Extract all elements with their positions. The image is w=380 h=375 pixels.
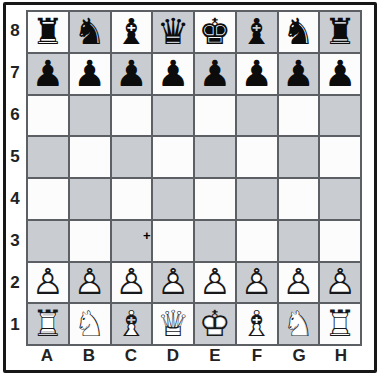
- file-label-g: G: [278, 346, 320, 365]
- square-d3[interactable]: [153, 221, 193, 261]
- white-knight-piece: ♘: [70, 304, 110, 344]
- square-e6[interactable]: [195, 96, 235, 136]
- square-c2[interactable]: ♟♙: [112, 263, 152, 303]
- square-f1[interactable]: ♝♗: [237, 304, 277, 344]
- square-h1[interactable]: ♜♖: [320, 304, 360, 344]
- black-bishop-piece: ♝: [112, 12, 152, 52]
- white-pawn-piece: ♙: [153, 263, 193, 303]
- square-f6[interactable]: [237, 96, 277, 136]
- square-d1[interactable]: ♛♕: [153, 304, 193, 344]
- white-knight-piece-fill: ♞: [70, 304, 110, 344]
- square-h8[interactable]: ♜: [320, 12, 360, 52]
- square-a5[interactable]: [28, 137, 68, 177]
- square-c8[interactable]: ♝: [112, 12, 152, 52]
- square-f3[interactable]: [237, 221, 277, 261]
- white-rook-piece-fill: ♜: [28, 304, 68, 344]
- black-rook-piece: ♜: [320, 12, 360, 52]
- rank-label-1: 1: [6, 304, 24, 346]
- black-pawn-piece: ♟: [237, 54, 277, 94]
- black-pawn-piece: ♟: [279, 54, 319, 94]
- black-pawn-piece: ♟: [28, 54, 68, 94]
- square-c7[interactable]: ♟: [112, 54, 152, 94]
- square-h4[interactable]: [320, 179, 360, 219]
- white-pawn-piece-fill: ♟: [279, 263, 319, 303]
- black-pawn-piece: ♟: [320, 54, 360, 94]
- white-knight-piece-fill: ♞: [279, 304, 319, 344]
- white-pawn-piece-fill: ♟: [112, 263, 152, 303]
- square-a8[interactable]: ♜: [28, 12, 68, 52]
- white-rook-piece-fill: ♜: [320, 304, 360, 344]
- square-h6[interactable]: [320, 96, 360, 136]
- square-e1[interactable]: ♚♔: [195, 304, 235, 344]
- square-g5[interactable]: [279, 137, 319, 177]
- square-c4[interactable]: [112, 179, 152, 219]
- black-knight-piece: ♞: [70, 12, 110, 52]
- black-queen-piece: ♛: [153, 12, 193, 52]
- white-pawn-piece: ♙: [279, 263, 319, 303]
- square-h2[interactable]: ♟♙: [320, 263, 360, 303]
- square-c5[interactable]: [112, 137, 152, 177]
- chess-board: ♜♞♝♛♚♝♞♜♟♟♟♟♟♟♟♟♟♙♟♙♟♙♟♙♟♙♟♙♟♙♟♙♜♖♞♘♝♗♛♕…: [26, 10, 362, 346]
- white-queen-piece-fill: ♛: [153, 304, 193, 344]
- square-b5[interactable]: [70, 137, 110, 177]
- square-b4[interactable]: [70, 179, 110, 219]
- square-h5[interactable]: [320, 137, 360, 177]
- file-labels: ABCDEFGH: [26, 346, 362, 365]
- white-pawn-piece: ♙: [237, 263, 277, 303]
- white-pawn-piece: ♙: [112, 263, 152, 303]
- square-g3[interactable]: [279, 221, 319, 261]
- white-pawn-piece-fill: ♟: [320, 263, 360, 303]
- rank-label-4: 4: [6, 178, 24, 220]
- square-e7[interactable]: ♟: [195, 54, 235, 94]
- square-c3[interactable]: [112, 221, 152, 261]
- chess-diagram: 87654321 ♜♞♝♛♚♝♞♜♟♟♟♟♟♟♟♟♟♙♟♙♟♙♟♙♟♙♟♙♟♙♟…: [0, 0, 380, 375]
- square-a7[interactable]: ♟: [28, 54, 68, 94]
- square-d4[interactable]: [153, 179, 193, 219]
- square-a2[interactable]: ♟♙: [28, 263, 68, 303]
- white-pawn-piece: ♙: [320, 263, 360, 303]
- square-e4[interactable]: [195, 179, 235, 219]
- square-d6[interactable]: [153, 96, 193, 136]
- black-pawn-piece: ♟: [70, 54, 110, 94]
- rank-label-7: 7: [6, 52, 24, 94]
- square-a3[interactable]: [28, 221, 68, 261]
- square-h7[interactable]: ♟: [320, 54, 360, 94]
- square-d2[interactable]: ♟♙: [153, 263, 193, 303]
- rank-label-3: 3: [6, 220, 24, 262]
- square-b2[interactable]: ♟♙: [70, 263, 110, 303]
- square-e5[interactable]: [195, 137, 235, 177]
- file-label-e: E: [194, 346, 236, 365]
- square-b1[interactable]: ♞♘: [70, 304, 110, 344]
- square-f5[interactable]: [237, 137, 277, 177]
- square-a1[interactable]: ♜♖: [28, 304, 68, 344]
- square-d5[interactable]: [153, 137, 193, 177]
- square-a4[interactable]: [28, 179, 68, 219]
- white-pawn-piece-fill: ♟: [237, 263, 277, 303]
- file-label-c: C: [110, 346, 152, 365]
- rank-label-6: 6: [6, 94, 24, 136]
- white-rook-piece: ♖: [320, 304, 360, 344]
- black-pawn-piece: ♟: [153, 54, 193, 94]
- square-a6[interactable]: [28, 96, 68, 136]
- square-b8[interactable]: ♞: [70, 12, 110, 52]
- black-knight-piece: ♞: [279, 12, 319, 52]
- rank-label-8: 8: [6, 10, 24, 52]
- white-pawn-piece: ♙: [70, 263, 110, 303]
- file-label-f: F: [236, 346, 278, 365]
- white-pawn-piece-fill: ♟: [153, 263, 193, 303]
- rank-label-5: 5: [6, 136, 24, 178]
- square-b7[interactable]: ♟: [70, 54, 110, 94]
- square-e8[interactable]: ♚: [195, 12, 235, 52]
- square-e3[interactable]: [195, 221, 235, 261]
- white-king-piece: ♔: [195, 304, 235, 344]
- rank-label-2: 2: [6, 262, 24, 304]
- square-d7[interactable]: ♟: [153, 54, 193, 94]
- square-g4[interactable]: [279, 179, 319, 219]
- file-label-a: A: [26, 346, 68, 365]
- white-pawn-piece-fill: ♟: [195, 263, 235, 303]
- white-bishop-piece-fill: ♝: [237, 304, 277, 344]
- white-pawn-piece-fill: ♟: [28, 263, 68, 303]
- black-rook-piece: ♜: [28, 12, 68, 52]
- white-bishop-piece: ♗: [237, 304, 277, 344]
- square-f7[interactable]: ♟: [237, 54, 277, 94]
- file-label-d: D: [152, 346, 194, 365]
- square-f4[interactable]: [237, 179, 277, 219]
- square-g7[interactable]: ♟: [279, 54, 319, 94]
- file-label-h: H: [320, 346, 362, 365]
- rank-labels: 87654321: [6, 10, 24, 346]
- square-h3[interactable]: [320, 221, 360, 261]
- white-pawn-piece: ♙: [28, 263, 68, 303]
- white-king-piece-fill: ♚: [195, 304, 235, 344]
- square-g2[interactable]: ♟♙: [279, 263, 319, 303]
- black-pawn-piece: ♟: [112, 54, 152, 94]
- square-b6[interactable]: [70, 96, 110, 136]
- black-king-piece: ♚: [195, 12, 235, 52]
- square-f2[interactable]: ♟♙: [237, 263, 277, 303]
- white-pawn-piece: ♙: [195, 263, 235, 303]
- square-g6[interactable]: [279, 96, 319, 136]
- white-bishop-piece-fill: ♝: [112, 304, 152, 344]
- white-pawn-piece-fill: ♟: [70, 263, 110, 303]
- white-rook-piece: ♖: [28, 304, 68, 344]
- square-g1[interactable]: ♞♘: [279, 304, 319, 344]
- square-c1[interactable]: ♝♗: [112, 304, 152, 344]
- file-label-b: B: [68, 346, 110, 365]
- white-knight-piece: ♘: [279, 304, 319, 344]
- square-d8[interactable]: ♛: [153, 12, 193, 52]
- black-bishop-piece: ♝: [237, 12, 277, 52]
- square-e2[interactable]: ♟♙: [195, 263, 235, 303]
- square-b3[interactable]: [70, 221, 110, 261]
- white-bishop-piece: ♗: [112, 304, 152, 344]
- square-f8[interactable]: ♝: [237, 12, 277, 52]
- black-pawn-piece: ♟: [195, 54, 235, 94]
- square-c6[interactable]: [112, 96, 152, 136]
- white-queen-piece: ♕: [153, 304, 193, 344]
- square-g8[interactable]: ♞: [279, 12, 319, 52]
